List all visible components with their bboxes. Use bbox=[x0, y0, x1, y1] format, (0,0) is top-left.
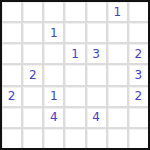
cell-r1-c3[interactable] bbox=[65, 23, 84, 42]
cell-r5-c4: 4 bbox=[87, 108, 106, 127]
cell-r4-c0: 2 bbox=[2, 87, 21, 106]
cell-r2-c0[interactable] bbox=[2, 44, 21, 63]
minesweeper-board: 111322321244 bbox=[0, 0, 150, 150]
cell-r4-c1[interactable] bbox=[23, 87, 42, 106]
cell-r0-c2[interactable] bbox=[44, 2, 63, 21]
cell-r4-c6: 2 bbox=[129, 87, 148, 106]
cell-r3-c4[interactable] bbox=[87, 65, 106, 84]
cell-r5-c0[interactable] bbox=[2, 108, 21, 127]
cell-r2-c3: 1 bbox=[65, 44, 84, 63]
cell-r1-c5[interactable] bbox=[108, 23, 127, 42]
cell-r3-c5[interactable] bbox=[108, 65, 127, 84]
cell-r2-c5[interactable] bbox=[108, 44, 127, 63]
cell-r6-c4[interactable] bbox=[87, 129, 106, 148]
cell-r6-c6[interactable] bbox=[129, 129, 148, 148]
cell-r1-c1[interactable] bbox=[23, 23, 42, 42]
cell-r6-c5[interactable] bbox=[108, 129, 127, 148]
cell-r4-c5[interactable] bbox=[108, 87, 127, 106]
cell-r0-c3[interactable] bbox=[65, 2, 84, 21]
cell-r2-c1[interactable] bbox=[23, 44, 42, 63]
cell-r6-c0[interactable] bbox=[2, 129, 21, 148]
cell-r5-c6[interactable] bbox=[129, 108, 148, 127]
cell-r0-c6[interactable] bbox=[129, 2, 148, 21]
cell-r5-c1[interactable] bbox=[23, 108, 42, 127]
cell-r4-c2: 1 bbox=[44, 87, 63, 106]
cell-r6-c1[interactable] bbox=[23, 129, 42, 148]
cell-r0-c4[interactable] bbox=[87, 2, 106, 21]
cell-r3-c6: 3 bbox=[129, 65, 148, 84]
cell-r3-c3[interactable] bbox=[65, 65, 84, 84]
cell-r5-c3[interactable] bbox=[65, 108, 84, 127]
cell-r5-c5[interactable] bbox=[108, 108, 127, 127]
cell-r5-c2: 4 bbox=[44, 108, 63, 127]
cell-r2-c6: 2 bbox=[129, 44, 148, 63]
cell-r3-c0[interactable] bbox=[2, 65, 21, 84]
cell-r4-c4[interactable] bbox=[87, 87, 106, 106]
cell-r4-c3[interactable] bbox=[65, 87, 84, 106]
cell-r2-c2[interactable] bbox=[44, 44, 63, 63]
cell-r0-c0[interactable] bbox=[2, 2, 21, 21]
cell-r2-c4: 3 bbox=[87, 44, 106, 63]
cell-r0-c5: 1 bbox=[108, 2, 127, 21]
cell-r1-c2: 1 bbox=[44, 23, 63, 42]
cell-r3-c1: 2 bbox=[23, 65, 42, 84]
cell-r3-c2[interactable] bbox=[44, 65, 63, 84]
cell-r1-c0[interactable] bbox=[2, 23, 21, 42]
cell-r1-c6[interactable] bbox=[129, 23, 148, 42]
cell-r1-c4[interactable] bbox=[87, 23, 106, 42]
cell-r6-c2[interactable] bbox=[44, 129, 63, 148]
cell-r0-c1[interactable] bbox=[23, 2, 42, 21]
cell-r6-c3[interactable] bbox=[65, 129, 84, 148]
